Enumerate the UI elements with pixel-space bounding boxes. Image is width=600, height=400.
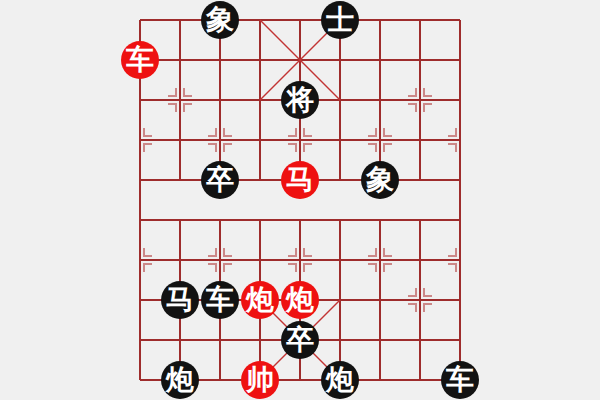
- piece-red-horse[interactable]: 马: [281, 161, 319, 199]
- piece-black-general[interactable]: 将: [281, 81, 319, 119]
- piece-black-soldier[interactable]: 卒: [281, 321, 319, 359]
- piece-black-elephant[interactable]: 象: [201, 1, 239, 39]
- piece-black-cannon[interactable]: 炮: [161, 361, 199, 399]
- piece-red-chariot[interactable]: 车: [121, 41, 159, 79]
- piece-red-cannon[interactable]: 炮: [241, 281, 279, 319]
- piece-black-elephant[interactable]: 象: [361, 161, 399, 199]
- piece-red-cannon[interactable]: 炮: [281, 281, 319, 319]
- piece-layer: 象士车将卒马象马车炮炮卒炮帅炮车: [120, 0, 480, 400]
- piece-black-horse[interactable]: 马: [161, 281, 199, 319]
- piece-black-cannon[interactable]: 炮: [321, 361, 359, 399]
- piece-black-chariot[interactable]: 车: [201, 281, 239, 319]
- piece-black-advisor[interactable]: 士: [321, 1, 359, 39]
- piece-red-general[interactable]: 帅: [241, 361, 279, 399]
- piece-black-soldier[interactable]: 卒: [201, 161, 239, 199]
- xiangqi-screen: 象士车将卒马象马车炮炮卒炮帅炮车: [0, 0, 600, 400]
- piece-black-chariot[interactable]: 车: [441, 361, 479, 399]
